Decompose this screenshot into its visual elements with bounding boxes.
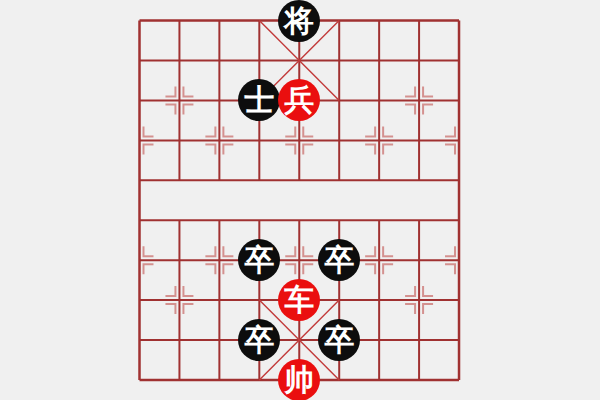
board-point-3-5[interactable] xyxy=(239,200,279,240)
board-point-5-2[interactable] xyxy=(319,80,359,120)
board-point-7-6[interactable] xyxy=(399,240,439,280)
piece-black-advisor[interactable]: 士 xyxy=(238,79,280,121)
board-point-6-4[interactable] xyxy=(359,160,399,200)
board-point-1-8[interactable] xyxy=(159,320,199,360)
board-point-5-0[interactable] xyxy=(319,1,359,41)
board-point-0-4[interactable] xyxy=(120,160,160,200)
board-point-6-6[interactable] xyxy=(359,240,399,280)
board-point-6-1[interactable] xyxy=(359,41,399,81)
board-point-0-8[interactable] xyxy=(120,320,160,360)
board-point-1-6[interactable] xyxy=(159,240,199,280)
board-point-8-9[interactable] xyxy=(439,360,479,400)
board-point-8-7[interactable] xyxy=(439,280,479,320)
board-point-5-9[interactable] xyxy=(319,360,359,400)
board-point-7-8[interactable] xyxy=(399,320,439,360)
board-point-4-6[interactable] xyxy=(279,240,319,280)
board-point-1-2[interactable] xyxy=(159,80,199,120)
board-point-4-0[interactable]: 将 xyxy=(279,1,319,41)
board-point-6-3[interactable] xyxy=(359,120,399,160)
board-point-8-4[interactable] xyxy=(439,160,479,200)
piece-black-soldier[interactable]: 卒 xyxy=(238,239,280,281)
board-point-5-8[interactable]: 卒 xyxy=(319,320,359,360)
board-point-0-3[interactable] xyxy=(120,120,160,160)
board-point-4-3[interactable] xyxy=(279,120,319,160)
board-point-4-1[interactable] xyxy=(279,41,319,81)
board-point-4-8[interactable] xyxy=(279,320,319,360)
board-point-3-0[interactable] xyxy=(239,1,279,41)
board-point-5-1[interactable] xyxy=(319,41,359,81)
board-point-6-2[interactable] xyxy=(359,80,399,120)
board-point-8-0[interactable] xyxy=(439,1,479,41)
piece-black-soldier[interactable]: 卒 xyxy=(238,319,280,361)
board-point-7-0[interactable] xyxy=(399,1,439,41)
board-point-8-8[interactable] xyxy=(439,320,479,360)
board-point-3-7[interactable] xyxy=(239,280,279,320)
board-point-1-7[interactable] xyxy=(159,280,199,320)
piece-black-soldier[interactable]: 卒 xyxy=(318,239,360,281)
board-point-0-1[interactable] xyxy=(120,41,160,81)
board-point-5-5[interactable] xyxy=(319,200,359,240)
board-point-4-5[interactable] xyxy=(279,200,319,240)
board-point-0-7[interactable] xyxy=(120,280,160,320)
board-point-2-3[interactable] xyxy=(199,120,239,160)
board-point-6-5[interactable] xyxy=(359,200,399,240)
board-point-1-9[interactable] xyxy=(159,360,199,400)
xiangqi-app: 将士兵卒卒车卒卒帅 xyxy=(0,0,600,400)
board-point-2-1[interactable] xyxy=(199,41,239,81)
board-point-0-9[interactable] xyxy=(120,360,160,400)
board-point-1-1[interactable] xyxy=(159,41,199,81)
board-point-3-4[interactable] xyxy=(239,160,279,200)
board-point-8-1[interactable] xyxy=(439,41,479,81)
board-point-3-8[interactable]: 卒 xyxy=(239,320,279,360)
board-point-1-3[interactable] xyxy=(159,120,199,160)
board-point-5-4[interactable] xyxy=(319,160,359,200)
piece-red-soldier[interactable]: 兵 xyxy=(278,79,320,121)
board-point-8-6[interactable] xyxy=(439,240,479,280)
board-point-2-7[interactable] xyxy=(199,280,239,320)
board-point-7-1[interactable] xyxy=(399,41,439,81)
board-point-6-7[interactable] xyxy=(359,280,399,320)
board-point-2-8[interactable] xyxy=(199,320,239,360)
board-point-2-5[interactable] xyxy=(199,200,239,240)
board-point-2-2[interactable] xyxy=(199,80,239,120)
board-point-8-3[interactable] xyxy=(439,120,479,160)
board-point-0-5[interactable] xyxy=(120,200,160,240)
board-point-7-2[interactable] xyxy=(399,80,439,120)
board-point-6-0[interactable] xyxy=(359,1,399,41)
board-point-3-1[interactable] xyxy=(239,41,279,81)
board-point-3-2[interactable]: 士 xyxy=(239,80,279,120)
board-point-5-7[interactable] xyxy=(319,280,359,320)
board-point-4-7[interactable]: 车 xyxy=(279,280,319,320)
board-point-3-3[interactable] xyxy=(239,120,279,160)
board-point-2-0[interactable] xyxy=(199,1,239,41)
board-point-5-3[interactable] xyxy=(319,120,359,160)
piece-red-chariot[interactable]: 车 xyxy=(278,279,320,321)
board-point-2-9[interactable] xyxy=(199,360,239,400)
piece-black-general[interactable]: 将 xyxy=(278,0,320,42)
board-point-1-5[interactable] xyxy=(159,200,199,240)
board-point-5-6[interactable]: 卒 xyxy=(319,240,359,280)
board-point-0-6[interactable] xyxy=(120,240,160,280)
board-point-7-5[interactable] xyxy=(399,200,439,240)
board-point-1-4[interactable] xyxy=(159,160,199,200)
board-point-8-2[interactable] xyxy=(439,80,479,120)
xiangqi-board[interactable]: 将士兵卒卒车卒卒帅 xyxy=(120,1,479,400)
board-point-1-0[interactable] xyxy=(159,1,199,41)
piece-red-general[interactable]: 帅 xyxy=(278,359,320,400)
board-point-7-4[interactable] xyxy=(399,160,439,200)
board-point-6-9[interactable] xyxy=(359,360,399,400)
board-point-7-7[interactable] xyxy=(399,280,439,320)
board-point-8-5[interactable] xyxy=(439,200,479,240)
board-point-4-2[interactable]: 兵 xyxy=(279,80,319,120)
board-point-6-8[interactable] xyxy=(359,320,399,360)
board-point-0-0[interactable] xyxy=(120,1,160,41)
board-point-3-6[interactable]: 卒 xyxy=(239,240,279,280)
board-point-3-9[interactable] xyxy=(239,360,279,400)
piece-black-soldier[interactable]: 卒 xyxy=(318,319,360,361)
board-point-0-2[interactable] xyxy=(120,80,160,120)
board-point-7-3[interactable] xyxy=(399,120,439,160)
board-point-2-4[interactable] xyxy=(199,160,239,200)
board-point-4-9[interactable]: 帅 xyxy=(279,360,319,400)
board-point-2-6[interactable] xyxy=(199,240,239,280)
board-point-4-4[interactable] xyxy=(279,160,319,200)
board-point-7-9[interactable] xyxy=(399,360,439,400)
